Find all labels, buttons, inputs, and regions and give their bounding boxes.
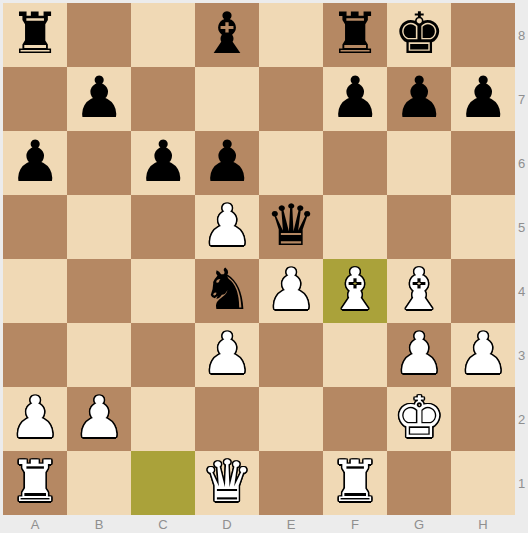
- square-h8[interactable]: [451, 3, 515, 67]
- white-pawn[interactable]: ♟: [265, 259, 316, 321]
- rank-label-2: 2: [515, 387, 528, 451]
- square-f8[interactable]: ♜: [323, 3, 387, 67]
- square-b6[interactable]: [67, 131, 131, 195]
- square-d8[interactable]: ♝: [195, 3, 259, 67]
- square-h4[interactable]: [451, 259, 515, 323]
- square-g4[interactable]: ♝: [387, 259, 451, 323]
- rank-label-5: 5: [515, 195, 528, 259]
- black-pawn[interactable]: ♟: [201, 131, 252, 193]
- white-pawn[interactable]: ♟: [201, 323, 252, 385]
- square-f5[interactable]: [323, 195, 387, 259]
- black-pawn[interactable]: ♟: [137, 131, 188, 193]
- black-pawn[interactable]: ♟: [393, 67, 444, 129]
- square-d2[interactable]: [195, 387, 259, 451]
- rank-coordinates: 87654321: [515, 3, 528, 515]
- white-pawn[interactable]: ♟: [9, 387, 60, 449]
- black-pawn[interactable]: ♟: [329, 67, 380, 129]
- black-pawn[interactable]: ♟: [9, 131, 60, 193]
- square-c3[interactable]: [131, 323, 195, 387]
- square-c7[interactable]: [131, 67, 195, 131]
- square-d7[interactable]: [195, 67, 259, 131]
- rank-label-4: 4: [515, 259, 528, 323]
- square-f7[interactable]: ♟: [323, 67, 387, 131]
- black-rook[interactable]: ♜: [329, 3, 380, 65]
- square-g2[interactable]: ♚: [387, 387, 451, 451]
- black-rook[interactable]: ♜: [9, 3, 60, 65]
- white-rook[interactable]: ♜: [329, 451, 380, 513]
- rank-label-8: 8: [515, 3, 528, 67]
- white-bishop[interactable]: ♝: [393, 259, 444, 321]
- square-e3[interactable]: [259, 323, 323, 387]
- black-bishop[interactable]: ♝: [201, 3, 252, 65]
- square-h6[interactable]: [451, 131, 515, 195]
- square-h1[interactable]: [451, 451, 515, 515]
- white-rook[interactable]: ♜: [9, 451, 60, 513]
- square-e5[interactable]: ♛: [259, 195, 323, 259]
- square-c5[interactable]: [131, 195, 195, 259]
- square-g3[interactable]: ♟: [387, 323, 451, 387]
- file-label-e: E: [259, 515, 323, 533]
- file-label-f: F: [323, 515, 387, 533]
- square-a1[interactable]: ♜: [3, 451, 67, 515]
- square-g6[interactable]: [387, 131, 451, 195]
- square-g8[interactable]: ♚: [387, 3, 451, 67]
- square-a6[interactable]: ♟: [3, 131, 67, 195]
- square-a2[interactable]: ♟: [3, 387, 67, 451]
- square-a4[interactable]: [3, 259, 67, 323]
- file-label-a: A: [3, 515, 67, 533]
- square-a8[interactable]: ♜: [3, 3, 67, 67]
- square-c4[interactable]: [131, 259, 195, 323]
- square-g7[interactable]: ♟: [387, 67, 451, 131]
- white-bishop[interactable]: ♝: [329, 259, 380, 321]
- square-h2[interactable]: [451, 387, 515, 451]
- rank-label-3: 3: [515, 323, 528, 387]
- square-a3[interactable]: [3, 323, 67, 387]
- file-label-g: G: [387, 515, 451, 533]
- square-c8[interactable]: [131, 3, 195, 67]
- square-c1[interactable]: [131, 451, 195, 515]
- white-king[interactable]: ♚: [393, 387, 444, 449]
- black-pawn[interactable]: ♟: [73, 67, 124, 129]
- square-b3[interactable]: [67, 323, 131, 387]
- square-e6[interactable]: [259, 131, 323, 195]
- white-pawn[interactable]: ♟: [393, 323, 444, 385]
- square-d5[interactable]: ♟: [195, 195, 259, 259]
- square-h5[interactable]: [451, 195, 515, 259]
- black-pawn[interactable]: ♟: [457, 67, 508, 129]
- square-f1[interactable]: ♜: [323, 451, 387, 515]
- square-a5[interactable]: [3, 195, 67, 259]
- chess-board: ♜♝♜♚♟♟♟♟♟♟♟♟♛♞♟♝♝♟♟♟♟♟♚♜♛♜: [3, 3, 515, 515]
- square-e2[interactable]: [259, 387, 323, 451]
- square-g5[interactable]: [387, 195, 451, 259]
- square-f3[interactable]: [323, 323, 387, 387]
- square-b1[interactable]: [67, 451, 131, 515]
- white-queen[interactable]: ♛: [201, 451, 252, 513]
- chess-board-panel: ♜♝♜♚♟♟♟♟♟♟♟♟♛♞♟♝♝♟♟♟♟♟♚♜♛♜ 87654321 ABCD…: [0, 0, 528, 533]
- square-f2[interactable]: [323, 387, 387, 451]
- rank-label-1: 1: [515, 451, 528, 515]
- square-b7[interactable]: ♟: [67, 67, 131, 131]
- square-a7[interactable]: [3, 67, 67, 131]
- white-pawn[interactable]: ♟: [201, 195, 252, 257]
- square-d1[interactable]: ♛: [195, 451, 259, 515]
- square-e1[interactable]: [259, 451, 323, 515]
- square-e8[interactable]: [259, 3, 323, 67]
- square-b8[interactable]: [67, 3, 131, 67]
- square-h7[interactable]: ♟: [451, 67, 515, 131]
- black-knight[interactable]: ♞: [201, 259, 252, 321]
- square-g1[interactable]: [387, 451, 451, 515]
- square-b5[interactable]: [67, 195, 131, 259]
- square-b2[interactable]: ♟: [67, 387, 131, 451]
- square-d3[interactable]: ♟: [195, 323, 259, 387]
- rank-label-6: 6: [515, 131, 528, 195]
- square-c2[interactable]: [131, 387, 195, 451]
- square-e7[interactable]: [259, 67, 323, 131]
- white-pawn[interactable]: ♟: [73, 387, 124, 449]
- black-queen[interactable]: ♛: [265, 195, 316, 257]
- square-d6[interactable]: ♟: [195, 131, 259, 195]
- square-e4[interactable]: ♟: [259, 259, 323, 323]
- white-pawn[interactable]: ♟: [457, 323, 508, 385]
- square-b4[interactable]: [67, 259, 131, 323]
- file-label-d: D: [195, 515, 259, 533]
- black-king[interactable]: ♚: [393, 3, 444, 65]
- square-f6[interactable]: [323, 131, 387, 195]
- file-label-h: H: [451, 515, 515, 533]
- file-label-b: B: [67, 515, 131, 533]
- square-f4[interactable]: ♝: [323, 259, 387, 323]
- rank-label-7: 7: [515, 67, 528, 131]
- square-h3[interactable]: ♟: [451, 323, 515, 387]
- square-c6[interactable]: ♟: [131, 131, 195, 195]
- file-label-c: C: [131, 515, 195, 533]
- square-d4[interactable]: ♞: [195, 259, 259, 323]
- file-coordinates: ABCDEFGH: [3, 515, 515, 533]
